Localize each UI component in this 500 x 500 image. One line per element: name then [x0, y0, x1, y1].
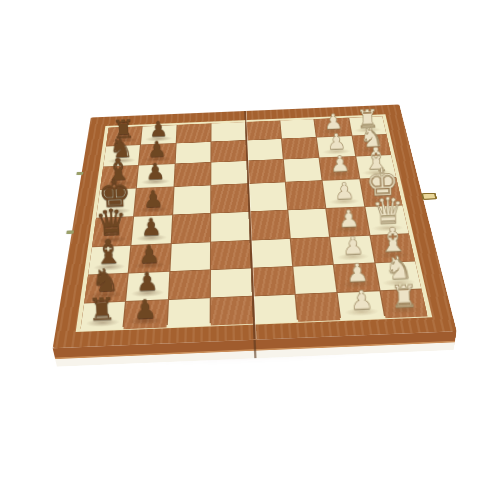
- square-f7: ♟: [137, 164, 174, 188]
- square-c5: [211, 241, 251, 270]
- square-f5: [211, 161, 247, 185]
- hinge-pin-top: [76, 171, 83, 174]
- square-b3: [293, 265, 337, 294]
- product-photo: ♜♟♟♜♞♟♟♞♝♟♟♝♚♟♟♚♛♟♟♛♝♟♟♝♞♟♟♞♜♟♟♜: [0, 0, 500, 500]
- square-d4: [250, 210, 290, 240]
- square-h3: [280, 119, 316, 138]
- square-a8: ♜: [80, 302, 125, 331]
- white-pawn: ♟: [333, 179, 354, 203]
- camera-tilt-wrapper: ♜♟♟♜♞♟♟♞♝♟♟♝♚♟♟♚♛♟♟♛♝♟♟♝♞♟♟♞♜♟♟♜: [0, 0, 500, 500]
- black-pawn: ♟: [135, 269, 159, 295]
- white-pawn: ♟: [329, 153, 350, 176]
- black-pawn: ♟: [147, 138, 167, 160]
- square-b6: [169, 270, 210, 299]
- square-a3: [296, 293, 341, 322]
- square-e4: [249, 182, 288, 211]
- hinge-pin-bottom: [66, 230, 74, 234]
- square-c6: [170, 242, 210, 271]
- square-a4: [253, 295, 297, 324]
- square-e6: [173, 185, 211, 214]
- square-g6: [175, 142, 210, 163]
- square-a7: ♟: [124, 300, 168, 329]
- brass-clasp: [421, 193, 438, 201]
- white-pawn: ♟: [326, 131, 346, 153]
- square-e7: ♟: [135, 187, 174, 216]
- black-pawn: ♟: [138, 242, 161, 267]
- square-h5: [212, 122, 246, 141]
- square-c4: [251, 239, 292, 268]
- white-rook: ♜: [390, 281, 419, 313]
- square-g4: [247, 139, 283, 160]
- square-a5: [211, 296, 253, 325]
- square-h6: [176, 124, 210, 143]
- square-b5: [211, 268, 252, 297]
- black-pawn: ♟: [145, 160, 166, 183]
- square-d3: [288, 209, 329, 239]
- square-c3: [291, 237, 333, 266]
- square-e2: ♟: [323, 179, 364, 208]
- square-e3: [286, 181, 326, 210]
- square-a1: ♜: [380, 289, 427, 318]
- square-d6: [172, 214, 211, 244]
- chess-box: ♜♟♟♜♞♟♟♞♝♟♟♝♚♟♟♚♛♟♟♛♝♟♟♝♞♟♟♞♜♟♟♜: [53, 104, 457, 348]
- square-h4: [246, 121, 281, 140]
- square-f4: [248, 160, 285, 184]
- square-e5: [211, 184, 248, 213]
- white-pawn: ♟: [345, 260, 369, 286]
- square-f6: [174, 163, 210, 187]
- square-a2: ♟: [338, 291, 384, 320]
- square-b4: [252, 267, 294, 296]
- white-pawn: ♟: [341, 233, 364, 258]
- square-g5: [211, 141, 246, 162]
- black-pawn: ♟: [142, 187, 163, 211]
- square-f3: [284, 158, 322, 182]
- black-pawn: ♟: [140, 215, 162, 240]
- white-pawn: ♟: [349, 287, 373, 314]
- square-d5: [211, 212, 250, 242]
- white-pawn: ♟: [337, 207, 359, 232]
- front-edge-seam: [253, 340, 256, 359]
- black-pawn: ♟: [133, 296, 157, 323]
- square-a6: [167, 298, 210, 327]
- square-g3: [282, 138, 319, 159]
- black-rook: ♜: [87, 293, 116, 325]
- perspective-scene: ♜♟♟♜♞♟♟♞♝♟♟♝♚♟♟♚♛♟♟♛♝♟♟♝♞♟♟♞♜♟♟♜: [0, 0, 500, 500]
